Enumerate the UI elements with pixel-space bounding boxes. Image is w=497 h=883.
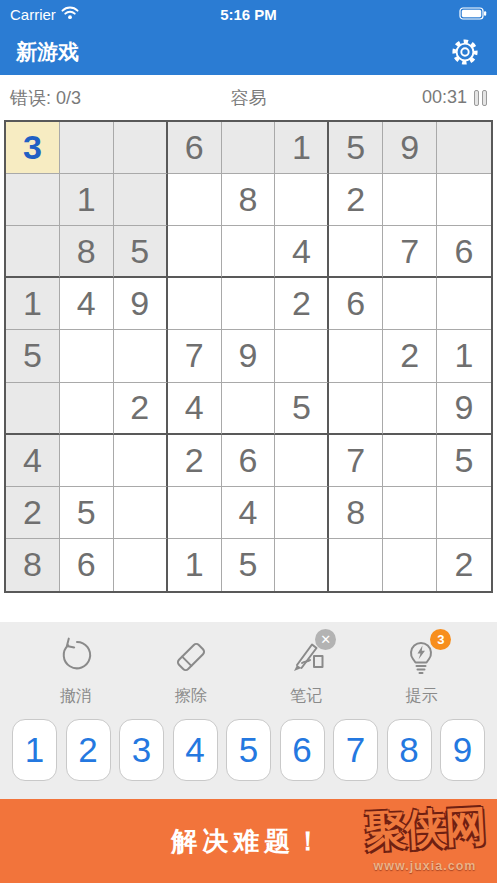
wifi-icon (61, 6, 79, 23)
cell-r5c8[interactable]: 2 (383, 330, 437, 382)
nav-bar: 新游戏 (0, 28, 497, 75)
notes-button[interactable]: ✕ 笔记 (266, 636, 346, 707)
hint-button[interactable]: 3 提示 (381, 636, 461, 707)
cell-r3c3[interactable]: 5 (114, 226, 168, 278)
cell-r8c8[interactable] (383, 487, 437, 539)
cell-r1c8[interactable]: 9 (383, 122, 437, 174)
cell-r1c1[interactable]: 3 (6, 122, 60, 174)
cell-r2c1[interactable] (6, 174, 60, 226)
cell-r4c9[interactable] (437, 278, 491, 330)
cell-r4c4[interactable] (168, 278, 222, 330)
pause-button[interactable] (474, 90, 487, 106)
cell-r5c2[interactable] (60, 330, 114, 382)
cell-r4c5[interactable] (222, 278, 276, 330)
cell-r3c1[interactable] (6, 226, 60, 278)
errors-counter: 错误: 0/3 (10, 86, 169, 110)
settings-button[interactable] (449, 36, 481, 68)
cell-r2c8[interactable] (383, 174, 437, 226)
cell-r3c2[interactable]: 8 (60, 226, 114, 278)
numpad-button-1[interactable]: 1 (12, 719, 57, 781)
cell-r2c4[interactable] (168, 174, 222, 226)
cell-r2c9[interactable] (437, 174, 491, 226)
cell-r7c4[interactable]: 2 (168, 435, 222, 487)
erase-label: 擦除 (175, 686, 207, 707)
page-title: 新游戏 (16, 38, 79, 66)
cell-r7c7[interactable]: 7 (329, 435, 383, 487)
cell-r1c5[interactable] (222, 122, 276, 174)
cell-r6c5[interactable] (222, 383, 276, 435)
cell-r4c2[interactable]: 4 (60, 278, 114, 330)
cell-r5c7[interactable] (329, 330, 383, 382)
cell-r9c7[interactable] (329, 539, 383, 591)
cell-r7c2[interactable] (60, 435, 114, 487)
numpad-button-7[interactable]: 7 (333, 719, 378, 781)
sudoku-board: 3615918285476149265792124594267525488615… (4, 120, 493, 593)
cell-r7c9[interactable]: 5 (437, 435, 491, 487)
numpad-button-4[interactable]: 4 (173, 719, 218, 781)
notes-off-badge: ✕ (315, 629, 336, 650)
cell-r3c7[interactable] (329, 226, 383, 278)
bottom-panel: 撤消 擦除 ✕ (0, 622, 497, 883)
cell-r1c3[interactable] (114, 122, 168, 174)
cell-r5c9[interactable]: 1 (437, 330, 491, 382)
cell-r1c9[interactable] (437, 122, 491, 174)
cell-r6c8[interactable] (383, 383, 437, 435)
numpad-button-8[interactable]: 8 (387, 719, 432, 781)
cell-r6c6[interactable]: 5 (275, 383, 329, 435)
cell-r8c5[interactable]: 4 (222, 487, 276, 539)
cell-r5c1[interactable]: 5 (6, 330, 60, 382)
cell-r1c7[interactable]: 5 (329, 122, 383, 174)
cell-r3c8[interactable]: 7 (383, 226, 437, 278)
cell-r8c2[interactable]: 5 (60, 487, 114, 539)
cell-r2c2[interactable]: 1 (60, 174, 114, 226)
solve-button[interactable]: 解决难题！ (0, 799, 497, 883)
cell-r1c2[interactable] (60, 122, 114, 174)
cell-r2c7[interactable]: 2 (329, 174, 383, 226)
cell-r6c9[interactable]: 9 (437, 383, 491, 435)
cell-r4c6[interactable]: 2 (275, 278, 329, 330)
cell-r9c4[interactable]: 1 (168, 539, 222, 591)
cell-r4c8[interactable] (383, 278, 437, 330)
cell-r3c9[interactable]: 6 (437, 226, 491, 278)
battery-icon (459, 6, 487, 23)
cell-r9c6[interactable] (275, 539, 329, 591)
erase-button[interactable]: 擦除 (151, 636, 231, 707)
cell-r4c3[interactable]: 9 (114, 278, 168, 330)
cell-r5c5[interactable]: 9 (222, 330, 276, 382)
cell-r5c3[interactable] (114, 330, 168, 382)
cell-r1c6[interactable]: 1 (275, 122, 329, 174)
notes-label: 笔记 (290, 686, 322, 707)
difficulty-label: 容易 (169, 86, 328, 110)
app-window: Carrier 5:16 PM 新游戏 (0, 0, 497, 883)
cell-r7c5[interactable]: 6 (222, 435, 276, 487)
undo-icon (55, 636, 97, 682)
cell-r9c5[interactable]: 5 (222, 539, 276, 591)
cell-r7c6[interactable] (275, 435, 329, 487)
cell-r3c4[interactable] (168, 226, 222, 278)
toolbar: 撤消 擦除 ✕ (0, 622, 497, 707)
cell-r2c3[interactable] (114, 174, 168, 226)
cell-r5c4[interactable]: 7 (168, 330, 222, 382)
hint-label: 提示 (405, 686, 437, 707)
cell-r9c2[interactable]: 6 (60, 539, 114, 591)
eraser-icon (170, 636, 212, 682)
cell-r9c3[interactable] (114, 539, 168, 591)
cell-r6c3[interactable]: 2 (114, 383, 168, 435)
cell-r8c4[interactable] (168, 487, 222, 539)
numpad-button-3[interactable]: 3 (119, 719, 164, 781)
cell-r8c7[interactable]: 8 (329, 487, 383, 539)
cell-r6c4[interactable]: 4 (168, 383, 222, 435)
cell-r8c3[interactable] (114, 487, 168, 539)
cell-r4c7[interactable]: 6 (329, 278, 383, 330)
cell-r5c6[interactable] (275, 330, 329, 382)
info-bar: 错误: 0/3 容易 00:31 (0, 75, 497, 120)
cell-r3c6[interactable]: 4 (275, 226, 329, 278)
cell-r1c4[interactable]: 6 (168, 122, 222, 174)
hint-count-badge: 3 (430, 629, 451, 650)
numpad-button-6[interactable]: 6 (280, 719, 325, 781)
cell-r9c9[interactable]: 2 (437, 539, 491, 591)
cell-r8c6[interactable] (275, 487, 329, 539)
status-bar: Carrier 5:16 PM (0, 0, 497, 28)
cell-r9c8[interactable] (383, 539, 437, 591)
cell-r8c9[interactable] (437, 487, 491, 539)
cell-r6c1[interactable] (6, 383, 60, 435)
cell-r2c6[interactable] (275, 174, 329, 226)
cell-r3c5[interactable] (222, 226, 276, 278)
timer-value: 00:31 (422, 87, 467, 108)
cell-r7c3[interactable] (114, 435, 168, 487)
carrier-label: Carrier (10, 6, 56, 23)
numpad-button-9[interactable]: 9 (440, 719, 485, 781)
cell-r6c2[interactable] (60, 383, 114, 435)
cell-r8c1[interactable]: 2 (6, 487, 60, 539)
numpad-button-5[interactable]: 5 (226, 719, 271, 781)
cell-r4c1[interactable]: 1 (6, 278, 60, 330)
cell-r9c1[interactable]: 8 (6, 539, 60, 591)
undo-label: 撤消 (60, 686, 92, 707)
gear-icon (449, 36, 481, 68)
cell-r2c5[interactable]: 8 (222, 174, 276, 226)
numpad-button-2[interactable]: 2 (66, 719, 111, 781)
cell-r6c7[interactable] (329, 383, 383, 435)
cell-r7c8[interactable] (383, 435, 437, 487)
cell-r7c1[interactable]: 4 (6, 435, 60, 487)
number-pad: 123456789 (0, 707, 497, 781)
undo-button[interactable]: 撤消 (36, 636, 116, 707)
